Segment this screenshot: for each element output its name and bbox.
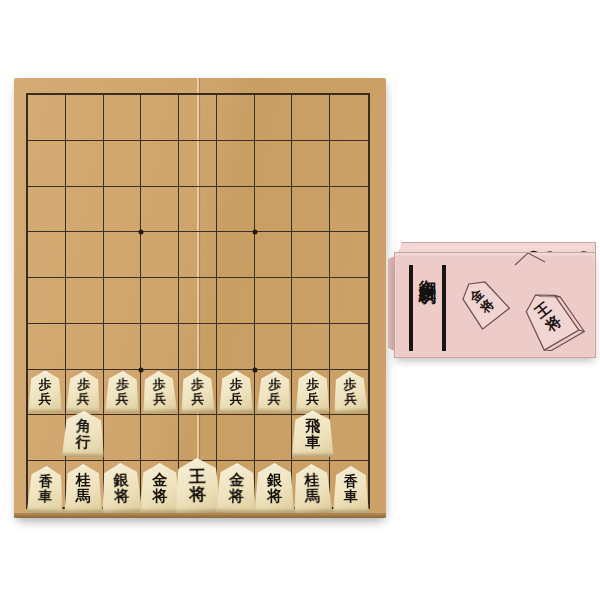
box-illustration-king-icon: 王将 (518, 281, 590, 357)
pieces-layer: 歩兵歩兵歩兵歩兵歩兵歩兵歩兵歩兵歩兵角行飛車香車桂馬銀将金将王将金将銀将桂馬香車 (14, 78, 386, 518)
box-title-bar-right (442, 265, 446, 351)
shogi-board: 歩兵歩兵歩兵歩兵歩兵歩兵歩兵歩兵歩兵角行飛車香車桂馬銀将金将王将金将銀将桂馬香車 (14, 78, 386, 518)
piece-king: 王将 (174, 457, 221, 513)
piece-silver: 銀将 (100, 462, 142, 514)
box-title-group: 御将棋駒 (409, 265, 446, 351)
piece-gold: 金将 (216, 462, 257, 513)
box-front-face: 御将棋駒 金将王将 (394, 252, 596, 358)
piece-knight: 桂馬 (64, 464, 102, 513)
piece-knight: 桂馬 (292, 463, 332, 514)
product-photo: 歩兵歩兵歩兵歩兵歩兵歩兵歩兵歩兵歩兵角行飛車香車桂馬銀将金将王将金将銀将桂馬香車… (0, 0, 600, 600)
piece-pawn: 歩兵 (66, 370, 102, 413)
piece-pawn: 歩兵 (332, 370, 368, 413)
piece-box: 御将棋駒 金将王将 (388, 242, 596, 360)
piece-silver: 銀将 (254, 463, 294, 513)
piece-bishop: 角行 (62, 410, 105, 457)
piece-pawn: 歩兵 (219, 371, 253, 413)
piece-lance: 香車 (333, 466, 369, 513)
piece-pawn: 歩兵 (180, 370, 215, 413)
box-partial-piece-outline-icon (513, 252, 557, 267)
piece-pawn: 歩兵 (104, 370, 139, 413)
piece-gold: 金将 (140, 463, 180, 513)
box-title-bar-left (409, 265, 413, 351)
piece-pawn: 歩兵 (296, 371, 330, 413)
piece-rook: 飛車 (292, 411, 334, 457)
piece-lance: 香車 (27, 465, 65, 513)
piece-pawn: 歩兵 (141, 370, 177, 413)
piece-pawn: 歩兵 (28, 371, 62, 413)
board-bottom-edge (14, 513, 386, 518)
box-illustration-gold-icon: 金将 (455, 269, 520, 336)
piece-pawn: 歩兵 (257, 370, 293, 413)
box-title: 御将棋駒 (419, 265, 436, 351)
